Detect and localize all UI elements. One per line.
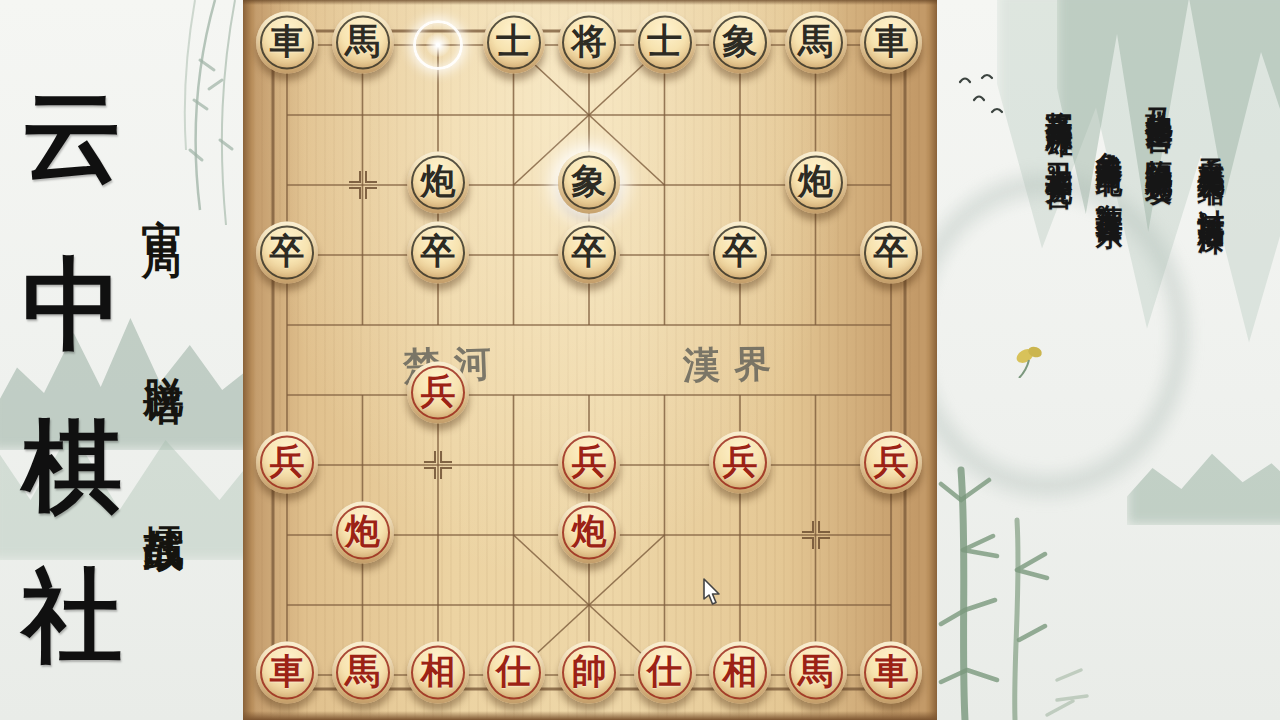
- point-marker-corner: [440, 451, 452, 463]
- point-marker-corner: [349, 187, 361, 199]
- piece-label: 卒: [874, 233, 909, 268]
- point-marker-corner: [424, 451, 436, 463]
- poem-line-horse-cannon: 马驰捷径迂围合，炮隔重城利远攻。: [1141, 87, 1177, 189]
- piece-label: 帥: [572, 653, 607, 688]
- piece-red-cannon[interactable]: 炮: [332, 502, 394, 564]
- xiangqi-board[interactable]: 楚河 漢界 車馬士将士象馬車炮象炮卒卒卒卒卒兵兵兵兵兵炮炮車馬相仕帥仕相馬車: [243, 0, 937, 720]
- piece-black-chariot[interactable]: 車: [860, 12, 922, 74]
- piece-label: 炮: [421, 163, 456, 198]
- piece-label: 卒: [723, 233, 758, 268]
- piece-black-soldier[interactable]: 卒: [256, 222, 318, 284]
- piece-black-advisor[interactable]: 士: [634, 12, 696, 74]
- piece-label: 車: [874, 653, 909, 688]
- piece-label: 兵: [874, 443, 909, 478]
- piece-red-cannon[interactable]: 炮: [558, 502, 620, 564]
- piece-label: 将: [572, 23, 607, 58]
- ink-wash-ring: [937, 120, 1237, 550]
- slogan-judge-position: 审局: [134, 186, 189, 234]
- piece-label: 馬: [798, 653, 833, 688]
- left-panel: 云 中 棋 社 审局 脱谱 擂战鼓: [0, 0, 243, 720]
- point-marker-corner: [365, 171, 377, 183]
- piece-red-advisor[interactable]: 仕: [634, 642, 696, 704]
- piece-black-horse[interactable]: 馬: [785, 12, 847, 74]
- piece-red-chariot[interactable]: 車: [860, 642, 922, 704]
- piece-label: 卒: [421, 233, 456, 268]
- piece-label: 車: [270, 23, 305, 58]
- piece-red-soldier[interactable]: 兵: [256, 432, 318, 494]
- piece-black-cannon[interactable]: 炮: [785, 152, 847, 214]
- piece-label: 象: [723, 23, 758, 58]
- bamboo-icon: [937, 430, 1097, 720]
- flower-icon: [1009, 338, 1049, 378]
- point-marker-corner: [802, 521, 814, 533]
- poem-line-soldier: 勇卒精兵无畏缩，过河前进可横冲。: [1193, 137, 1229, 239]
- point-marker-corner: [818, 537, 830, 549]
- app-window: 云 中 棋 社 审局 脱谱 擂战鼓: [0, 0, 1280, 720]
- piece-label: 炮: [798, 163, 833, 198]
- piece-label: 兵: [723, 443, 758, 478]
- piece-red-advisor[interactable]: 仕: [483, 642, 545, 704]
- slogan-war-drum: 擂战鼓: [136, 494, 191, 503]
- piece-label: 兵: [572, 443, 607, 478]
- point-marker-corner: [440, 467, 452, 479]
- club-title-char: 棋: [14, 414, 130, 526]
- piece-label: 仕: [496, 653, 531, 688]
- point-marker-corner: [349, 171, 361, 183]
- piece-black-advisor[interactable]: 士: [483, 12, 545, 74]
- piece-black-elephant[interactable]: 象: [558, 152, 620, 214]
- piece-label: 象: [572, 163, 607, 198]
- piece-red-horse[interactable]: 馬: [332, 642, 394, 704]
- piece-label: 仕: [647, 653, 682, 688]
- piece-red-soldier[interactable]: 兵: [407, 362, 469, 424]
- poem-line-general-guards: 将军元帅两称雄，卫士相丞护九宫。: [1041, 90, 1077, 192]
- piece-black-horse[interactable]: 馬: [332, 12, 394, 74]
- point-marker-corner: [818, 521, 830, 533]
- right-panel: 勇卒精兵无畏缩，过河前进可横冲。 马驰捷径迂围合，炮隔重城利远攻。 象越方田跨南…: [937, 0, 1280, 720]
- point-marker-corner: [365, 187, 377, 199]
- poem-line-elephant-chariot: 象越方田跨南北，车冲直道任西东。: [1091, 130, 1127, 232]
- piece-label: 卒: [270, 233, 305, 268]
- birds-icon: [952, 70, 1022, 125]
- piece-black-cannon[interactable]: 炮: [407, 152, 469, 214]
- piece-label: 車: [270, 653, 305, 688]
- point-marker-corner: [802, 537, 814, 549]
- piece-black-soldier[interactable]: 卒: [558, 222, 620, 284]
- ink-mountains: [1127, 430, 1280, 525]
- point-marker-corner: [424, 467, 436, 479]
- club-title-char: 中: [14, 252, 130, 364]
- piece-black-chariot[interactable]: 車: [256, 12, 318, 74]
- piece-label: 卒: [572, 233, 607, 268]
- piece-label: 炮: [572, 513, 607, 548]
- piece-label: 士: [496, 23, 531, 58]
- piece-label: 馬: [798, 23, 833, 58]
- piece-black-elephant[interactable]: 象: [709, 12, 771, 74]
- piece-label: 車: [874, 23, 909, 58]
- piece-red-elephant[interactable]: 相: [407, 642, 469, 704]
- piece-red-general[interactable]: 帥: [558, 642, 620, 704]
- piece-label: 士: [647, 23, 682, 58]
- ink-mountains: [997, 0, 1280, 460]
- board-grid: [243, 0, 937, 720]
- piece-black-soldier[interactable]: 卒: [860, 222, 922, 284]
- piece-label: 兵: [270, 443, 305, 478]
- point-marker: [347, 169, 379, 201]
- club-title-char: 社: [14, 563, 130, 675]
- piece-label: 馬: [345, 653, 380, 688]
- piece-black-general[interactable]: 将: [558, 12, 620, 74]
- piece-red-chariot[interactable]: 車: [256, 642, 318, 704]
- piece-red-soldier[interactable]: 兵: [709, 432, 771, 494]
- piece-label: 馬: [345, 23, 380, 58]
- piece-label: 相: [421, 653, 456, 688]
- river-label-han: 漢界: [683, 339, 786, 391]
- slogan-leave-the-book: 脱谱: [136, 344, 191, 356]
- piece-label: 兵: [421, 373, 456, 408]
- point-marker: [422, 449, 454, 481]
- club-title-char: 云: [14, 83, 130, 195]
- piece-red-horse[interactable]: 馬: [785, 642, 847, 704]
- last-move-origin-highlight: [413, 20, 463, 70]
- piece-black-soldier[interactable]: 卒: [709, 222, 771, 284]
- piece-red-soldier[interactable]: 兵: [558, 432, 620, 494]
- point-marker: [800, 519, 832, 551]
- piece-red-elephant[interactable]: 相: [709, 642, 771, 704]
- piece-label: 炮: [345, 513, 380, 548]
- piece-red-soldier[interactable]: 兵: [860, 432, 922, 494]
- piece-label: 相: [723, 653, 758, 688]
- piece-black-soldier[interactable]: 卒: [407, 222, 469, 284]
